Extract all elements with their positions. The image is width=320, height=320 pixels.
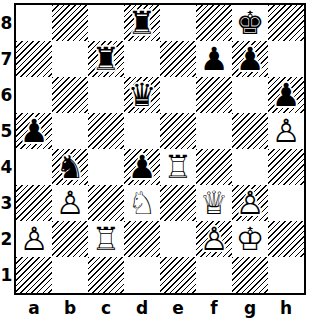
file-label-e: e: [160, 298, 196, 318]
square-b3[interactable]: ♟♙: [52, 185, 88, 221]
piece-black-pawn[interactable]: ♟: [20, 115, 49, 147]
square-a1[interactable]: [16, 257, 52, 293]
square-a2[interactable]: ♟♙: [16, 221, 52, 257]
white-piece-outline: ♙: [20, 223, 49, 255]
piece-white-pawn[interactable]: ♟♙: [20, 223, 49, 255]
square-f3[interactable]: ♛♕: [196, 185, 232, 221]
rank-label-1: 1: [0, 257, 13, 293]
rank-label-7: 7: [0, 41, 13, 77]
square-c5[interactable]: [88, 113, 124, 149]
square-f8[interactable]: [196, 5, 232, 41]
square-a8[interactable]: [16, 5, 52, 41]
piece-black-pawn[interactable]: ♟: [128, 151, 157, 183]
square-g8[interactable]: ♚: [232, 5, 268, 41]
square-e1[interactable]: [160, 257, 196, 293]
square-c7[interactable]: ♜: [88, 41, 124, 77]
chess-board: ♜♚♜♟♟♛♟♟♟♙♞♟♜♖♟♙♞♘♛♕♟♙♟♙♜♖♟♙♚♔: [14, 3, 306, 295]
square-f6[interactable]: [196, 77, 232, 113]
square-a5[interactable]: ♟: [16, 113, 52, 149]
piece-black-king[interactable]: ♚: [236, 7, 265, 39]
file-label-d: d: [124, 298, 160, 318]
piece-white-king[interactable]: ♚♔: [236, 223, 265, 255]
file-label-f: f: [196, 298, 232, 318]
white-piece-outline: ♖: [92, 223, 121, 255]
rank-label-6: 6: [0, 77, 13, 113]
square-d8[interactable]: ♜: [124, 5, 160, 41]
square-d1[interactable]: [124, 257, 160, 293]
file-labels: abcdefgh: [16, 298, 304, 318]
square-d2[interactable]: [124, 221, 160, 257]
white-piece-outline: ♔: [236, 223, 265, 255]
square-h6[interactable]: ♟: [268, 77, 304, 113]
file-label-g: g: [232, 298, 268, 318]
square-d6[interactable]: ♛: [124, 77, 160, 113]
file-label-b: b: [52, 298, 88, 318]
file-label-c: c: [88, 298, 124, 318]
rank-label-8: 8: [0, 5, 13, 41]
square-c4[interactable]: [88, 149, 124, 185]
square-e4[interactable]: ♜♖: [160, 149, 196, 185]
square-g6[interactable]: [232, 77, 268, 113]
white-piece-outline: ♙: [200, 223, 229, 255]
square-a4[interactable]: [16, 149, 52, 185]
rank-label-3: 3: [0, 185, 13, 221]
rank-label-4: 4: [0, 149, 13, 185]
square-f1[interactable]: [196, 257, 232, 293]
square-c6[interactable]: [88, 77, 124, 113]
square-a3[interactable]: [16, 185, 52, 221]
square-d3[interactable]: ♞♘: [124, 185, 160, 221]
square-e7[interactable]: [160, 41, 196, 77]
rank-label-5: 5: [0, 113, 13, 149]
piece-white-pawn[interactable]: ♟♙: [200, 223, 229, 255]
white-piece-outline: ♙: [236, 187, 265, 219]
square-f7[interactable]: ♟: [196, 41, 232, 77]
piece-white-pawn[interactable]: ♟♙: [56, 187, 85, 219]
square-g2[interactable]: ♚♔: [232, 221, 268, 257]
chess-diagram: 87654321 ♜♚♜♟♟♛♟♟♟♙♞♟♜♖♟♙♞♘♛♕♟♙♟♙♜♖♟♙♚♔ …: [0, 0, 320, 320]
piece-black-rook[interactable]: ♜: [92, 43, 121, 75]
square-d7[interactable]: [124, 41, 160, 77]
piece-white-rook[interactable]: ♜♖: [92, 223, 121, 255]
square-h2[interactable]: [268, 221, 304, 257]
square-e3[interactable]: [160, 185, 196, 221]
square-b2[interactable]: [52, 221, 88, 257]
piece-white-pawn[interactable]: ♟♙: [236, 187, 265, 219]
square-a7[interactable]: [16, 41, 52, 77]
square-h8[interactable]: [268, 5, 304, 41]
piece-black-pawn[interactable]: ♟: [272, 79, 301, 111]
square-c8[interactable]: [88, 5, 124, 41]
square-f5[interactable]: [196, 113, 232, 149]
square-h3[interactable]: [268, 185, 304, 221]
square-c1[interactable]: [88, 257, 124, 293]
square-e6[interactable]: [160, 77, 196, 113]
square-g5[interactable]: [232, 113, 268, 149]
white-piece-outline: ♙: [272, 115, 301, 147]
square-e5[interactable]: [160, 113, 196, 149]
square-e2[interactable]: [160, 221, 196, 257]
piece-black-queen[interactable]: ♛: [128, 79, 157, 111]
square-h1[interactable]: [268, 257, 304, 293]
square-d4[interactable]: ♟: [124, 149, 160, 185]
piece-black-rook[interactable]: ♜: [128, 7, 157, 39]
piece-black-pawn[interactable]: ♟: [200, 43, 229, 75]
square-c3[interactable]: [88, 185, 124, 221]
square-b1[interactable]: [52, 257, 88, 293]
square-g7[interactable]: ♟: [232, 41, 268, 77]
white-piece-outline: ♘: [128, 187, 157, 219]
white-piece-outline: ♖: [164, 151, 193, 183]
rank-label-2: 2: [0, 221, 13, 257]
square-g4[interactable]: [232, 149, 268, 185]
white-piece-outline: ♙: [56, 187, 85, 219]
square-f2[interactable]: ♟♙: [196, 221, 232, 257]
square-c2[interactable]: ♜♖: [88, 221, 124, 257]
square-h7[interactable]: [268, 41, 304, 77]
square-h5[interactable]: ♟♙: [268, 113, 304, 149]
square-a6[interactable]: [16, 77, 52, 113]
white-piece-outline: ♕: [200, 187, 229, 219]
piece-white-queen[interactable]: ♛♕: [200, 187, 229, 219]
square-g1[interactable]: [232, 257, 268, 293]
piece-white-pawn[interactable]: ♟♙: [272, 115, 301, 147]
piece-black-knight[interactable]: ♞: [56, 151, 85, 183]
rank-labels: 87654321: [0, 5, 13, 293]
square-d5[interactable]: [124, 113, 160, 149]
square-b4[interactable]: ♞: [52, 149, 88, 185]
piece-white-knight[interactable]: ♞♘: [128, 187, 157, 219]
square-b7[interactable]: [52, 41, 88, 77]
square-h4[interactable]: [268, 149, 304, 185]
square-b5[interactable]: [52, 113, 88, 149]
file-label-h: h: [268, 298, 304, 318]
piece-white-rook[interactable]: ♜♖: [164, 151, 193, 183]
piece-black-pawn[interactable]: ♟: [236, 43, 265, 75]
square-b6[interactable]: [52, 77, 88, 113]
square-g3[interactable]: ♟♙: [232, 185, 268, 221]
file-label-a: a: [16, 298, 52, 318]
square-f4[interactable]: [196, 149, 232, 185]
square-b8[interactable]: [52, 5, 88, 41]
square-e8[interactable]: [160, 5, 196, 41]
